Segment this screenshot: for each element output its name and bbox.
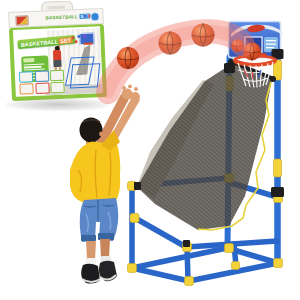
hoop-stand — [128, 22, 285, 286]
flying-ball-2 — [159, 32, 182, 55]
child-right-calf — [100, 239, 110, 258]
child-left-calf — [86, 241, 96, 260]
product-photo: BASKETBALL SET BASKETBALLSET — [0, 0, 300, 300]
flying-ball-1 — [117, 47, 139, 69]
flying-ball-3 — [192, 24, 215, 47]
scene-graphic — [0, 0, 300, 300]
child-ear — [99, 132, 104, 137]
hoop-rim-front — [235, 61, 276, 65]
